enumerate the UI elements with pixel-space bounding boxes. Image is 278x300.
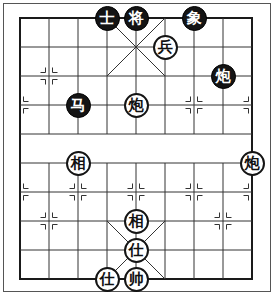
piece-black-cannon[interactable]: 炮 (211, 64, 236, 89)
piece-red-elephant-center[interactable]: 相 (124, 209, 149, 234)
piece-black-elephant[interactable]: 象 (182, 6, 207, 31)
piece-red-advisor-center[interactable]: 仕 (124, 238, 149, 263)
piece-red-advisor-left[interactable]: 仕 (95, 267, 120, 292)
piece-red-cannon-center[interactable]: 炮 (124, 93, 149, 118)
piece-black-advisor[interactable]: 士 (95, 6, 120, 31)
piece-black-general[interactable]: 将 (124, 6, 149, 31)
board-grid: 士将象兵炮马炮相炮相仕仕帅 (6, 4, 267, 294)
piece-black-horse[interactable]: 马 (66, 93, 91, 118)
piece-red-elephant-left[interactable]: 相 (66, 151, 91, 176)
xiangqi-board-diagram: 士将象兵炮马炮相炮相仕仕帅 (0, 0, 278, 300)
piece-red-soldier[interactable]: 兵 (153, 35, 178, 60)
piece-red-general[interactable]: 帅 (124, 267, 149, 292)
piece-red-cannon-right[interactable]: 炮 (240, 151, 265, 176)
